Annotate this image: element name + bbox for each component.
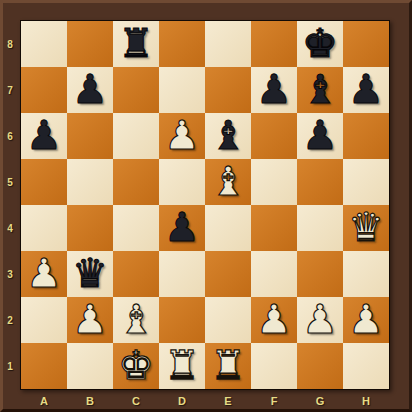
square-h4[interactable]: ♛ [343, 205, 389, 251]
square-e6[interactable]: ♝ [205, 113, 251, 159]
board-frame: ♜♚♟♟♝♟♟♟♝♟♝♟♛♟♛♟♝♟♟♟♚♜♜ 87654321 ABCDEFG… [0, 0, 412, 412]
square-e4[interactable] [205, 205, 251, 251]
file-label-a: A [21, 392, 67, 409]
square-b4[interactable] [67, 205, 113, 251]
file-label-h: H [343, 392, 389, 409]
square-g4[interactable] [297, 205, 343, 251]
square-f2[interactable]: ♟ [251, 297, 297, 343]
square-f5[interactable] [251, 159, 297, 205]
square-c5[interactable] [113, 159, 159, 205]
file-label-f: F [251, 392, 297, 409]
square-f8[interactable] [251, 21, 297, 67]
square-h1[interactable] [343, 343, 389, 389]
square-c3[interactable] [113, 251, 159, 297]
square-a7[interactable] [21, 67, 67, 113]
square-d6[interactable]: ♟ [159, 113, 205, 159]
rank-label-4: 4 [3, 205, 17, 251]
piece-black-bishop-e6[interactable]: ♝ [205, 113, 251, 159]
square-b2[interactable]: ♟ [67, 297, 113, 343]
file-label-b: B [67, 392, 113, 409]
piece-white-rook-e1[interactable]: ♜ [205, 343, 251, 389]
square-c6[interactable] [113, 113, 159, 159]
file-label-e: E [205, 392, 251, 409]
square-e5[interactable]: ♝ [205, 159, 251, 205]
rank-label-1: 1 [3, 343, 17, 389]
piece-black-queen-b3[interactable]: ♛ [67, 251, 113, 297]
square-a6[interactable]: ♟ [21, 113, 67, 159]
piece-white-queen-h4[interactable]: ♛ [343, 205, 389, 251]
piece-black-pawn-g6[interactable]: ♟ [297, 113, 343, 159]
piece-white-pawn-g2[interactable]: ♟ [297, 297, 343, 343]
square-e3[interactable] [205, 251, 251, 297]
square-b1[interactable] [67, 343, 113, 389]
square-f1[interactable] [251, 343, 297, 389]
square-c7[interactable] [113, 67, 159, 113]
square-f6[interactable] [251, 113, 297, 159]
square-f7[interactable]: ♟ [251, 67, 297, 113]
piece-black-bishop-g7[interactable]: ♝ [297, 67, 343, 113]
square-b3[interactable]: ♛ [67, 251, 113, 297]
square-f4[interactable] [251, 205, 297, 251]
square-g6[interactable]: ♟ [297, 113, 343, 159]
square-c4[interactable] [113, 205, 159, 251]
piece-black-pawn-b7[interactable]: ♟ [67, 67, 113, 113]
square-g5[interactable] [297, 159, 343, 205]
piece-black-pawn-a6[interactable]: ♟ [21, 113, 67, 159]
square-h5[interactable] [343, 159, 389, 205]
square-g8[interactable]: ♚ [297, 21, 343, 67]
file-label-g: G [297, 392, 343, 409]
rank-label-5: 5 [3, 159, 17, 205]
rank-label-6: 6 [3, 113, 17, 159]
piece-black-pawn-d4[interactable]: ♟ [159, 205, 205, 251]
file-label-d: D [159, 392, 205, 409]
square-b5[interactable] [67, 159, 113, 205]
square-g7[interactable]: ♝ [297, 67, 343, 113]
square-d4[interactable]: ♟ [159, 205, 205, 251]
square-f3[interactable] [251, 251, 297, 297]
square-h2[interactable]: ♟ [343, 297, 389, 343]
piece-white-rook-d1[interactable]: ♜ [159, 343, 205, 389]
rank-label-2: 2 [3, 297, 17, 343]
piece-white-pawn-b2[interactable]: ♟ [67, 297, 113, 343]
piece-black-pawn-h7[interactable]: ♟ [343, 67, 389, 113]
piece-black-rook-c8[interactable]: ♜ [113, 21, 159, 67]
square-e8[interactable] [205, 21, 251, 67]
square-c2[interactable]: ♝ [113, 297, 159, 343]
square-a8[interactable] [21, 21, 67, 67]
square-d3[interactable] [159, 251, 205, 297]
square-d2[interactable] [159, 297, 205, 343]
square-e7[interactable] [205, 67, 251, 113]
rank-label-7: 7 [3, 67, 17, 113]
square-b7[interactable]: ♟ [67, 67, 113, 113]
square-c8[interactable]: ♜ [113, 21, 159, 67]
piece-black-king-g8[interactable]: ♚ [297, 21, 343, 67]
square-d7[interactable] [159, 67, 205, 113]
square-g3[interactable] [297, 251, 343, 297]
piece-white-bishop-e5[interactable]: ♝ [205, 159, 251, 205]
square-a3[interactable]: ♟ [21, 251, 67, 297]
square-e1[interactable]: ♜ [205, 343, 251, 389]
square-g1[interactable] [297, 343, 343, 389]
piece-white-pawn-d6[interactable]: ♟ [159, 113, 205, 159]
square-h7[interactable]: ♟ [343, 67, 389, 113]
piece-black-pawn-f7[interactable]: ♟ [251, 67, 297, 113]
square-h6[interactable] [343, 113, 389, 159]
piece-white-pawn-h2[interactable]: ♟ [343, 297, 389, 343]
chess-board: ♜♚♟♟♝♟♟♟♝♟♝♟♛♟♛♟♝♟♟♟♚♜♜ [20, 20, 390, 390]
square-a5[interactable] [21, 159, 67, 205]
square-h8[interactable] [343, 21, 389, 67]
square-d1[interactable]: ♜ [159, 343, 205, 389]
square-d5[interactable] [159, 159, 205, 205]
square-d8[interactable] [159, 21, 205, 67]
square-a4[interactable] [21, 205, 67, 251]
rank-label-8: 8 [3, 21, 17, 67]
square-a2[interactable] [21, 297, 67, 343]
piece-white-bishop-c2[interactable]: ♝ [113, 297, 159, 343]
file-label-c: C [113, 392, 159, 409]
piece-white-pawn-a3[interactable]: ♟ [21, 251, 67, 297]
square-c1[interactable]: ♚ [113, 343, 159, 389]
square-b6[interactable] [67, 113, 113, 159]
square-e2[interactable] [205, 297, 251, 343]
rank-label-3: 3 [3, 251, 17, 297]
piece-white-king-c1[interactable]: ♚ [113, 343, 159, 389]
square-h3[interactable] [343, 251, 389, 297]
square-a1[interactable] [21, 343, 67, 389]
square-g2[interactable]: ♟ [297, 297, 343, 343]
piece-white-pawn-f2[interactable]: ♟ [251, 297, 297, 343]
square-b8[interactable] [67, 21, 113, 67]
